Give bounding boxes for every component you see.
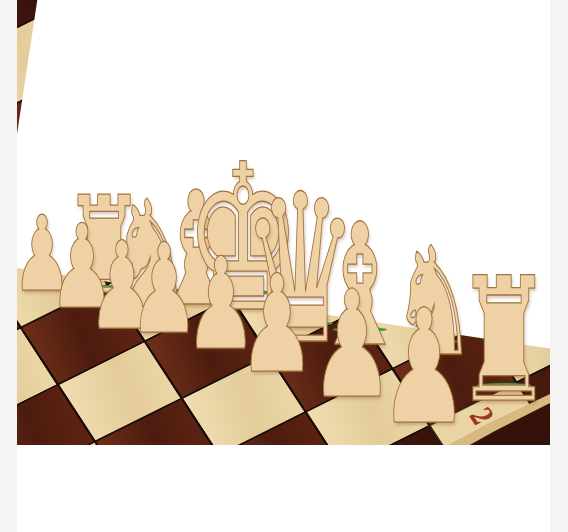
piece-layer: ♟♟♟♟♟♟♟♟♜♞♝♚♛♝♞♜ xyxy=(17,0,550,532)
page-background: 2 ♟♟♟♟♟♟♟♟♜♞♝♚♛♝♞♜ xyxy=(0,0,568,532)
pawn-glyph: ♟ xyxy=(379,288,470,446)
white-pawn: ♟ xyxy=(364,289,484,409)
product-photo: 2 ♟♟♟♟♟♟♟♟♜♞♝♚♛♝♞♜ xyxy=(17,0,550,532)
